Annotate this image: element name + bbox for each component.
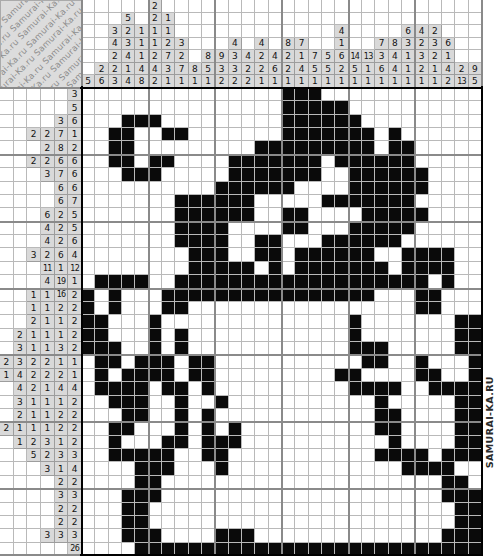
- grid-cell-filled[interactable]: [255, 168, 268, 181]
- grid-cell-empty[interactable]: [282, 315, 295, 328]
- grid-cell-filled[interactable]: [442, 476, 455, 489]
- grid-cell-empty[interactable]: [215, 422, 228, 435]
- grid-cell-empty[interactable]: [322, 315, 335, 328]
- grid-cell-filled[interactable]: [469, 529, 482, 542]
- grid-cell-filled[interactable]: [442, 382, 455, 395]
- grid-cell-filled[interactable]: [135, 382, 148, 395]
- grid-cell-filled[interactable]: [149, 369, 162, 382]
- grid-cell-empty[interactable]: [402, 489, 415, 502]
- grid-cell-filled[interactable]: [335, 262, 348, 275]
- grid-cell-filled[interactable]: [282, 88, 295, 101]
- grid-cell-empty[interactable]: [122, 355, 135, 368]
- grid-cell-empty[interactable]: [442, 436, 455, 449]
- grid-cell-filled[interactable]: [95, 342, 108, 355]
- grid-cell-empty[interactable]: [375, 289, 388, 302]
- grid-cell-filled[interactable]: [202, 195, 215, 208]
- grid-cell-filled[interactable]: [295, 262, 308, 275]
- grid-cell-filled[interactable]: [375, 422, 388, 435]
- grid-cell-filled[interactable]: [189, 208, 202, 221]
- grid-cell-empty[interactable]: [122, 289, 135, 302]
- grid-cell-empty[interactable]: [175, 449, 188, 462]
- grid-cell-empty[interactable]: [455, 195, 468, 208]
- grid-cell-filled[interactable]: [202, 369, 215, 382]
- grid-cell-empty[interactable]: [295, 342, 308, 355]
- grid-cell-empty[interactable]: [202, 302, 215, 315]
- grid-cell-empty[interactable]: [162, 101, 175, 114]
- grid-cell-empty[interactable]: [389, 355, 402, 368]
- grid-cell-empty[interactable]: [429, 155, 442, 168]
- grid-cell-empty[interactable]: [469, 222, 482, 235]
- grid-cell-empty[interactable]: [429, 208, 442, 221]
- grid-cell-empty[interactable]: [202, 128, 215, 141]
- grid-cell-filled[interactable]: [362, 128, 375, 141]
- grid-cell-filled[interactable]: [215, 436, 228, 449]
- grid-cell-empty[interactable]: [429, 396, 442, 409]
- grid-cell-empty[interactable]: [375, 101, 388, 114]
- grid-cell-filled[interactable]: [402, 155, 415, 168]
- grid-cell-empty[interactable]: [95, 182, 108, 195]
- grid-cell-empty[interactable]: [295, 436, 308, 449]
- grid-cell-empty[interactable]: [442, 396, 455, 409]
- grid-cell-empty[interactable]: [349, 503, 362, 516]
- grid-cell-empty[interactable]: [322, 516, 335, 529]
- grid-cell-empty[interactable]: [295, 396, 308, 409]
- grid-cell-filled[interactable]: [215, 208, 228, 221]
- grid-cell-empty[interactable]: [429, 275, 442, 288]
- grid-cell-filled[interactable]: [322, 275, 335, 288]
- grid-cell-filled[interactable]: [402, 248, 415, 261]
- grid-cell-empty[interactable]: [402, 476, 415, 489]
- grid-cell-empty[interactable]: [335, 529, 348, 542]
- grid-cell-empty[interactable]: [242, 382, 255, 395]
- grid-cell-empty[interactable]: [162, 141, 175, 154]
- grid-cell-filled[interactable]: [455, 529, 468, 542]
- grid-cell-filled[interactable]: [109, 422, 122, 435]
- grid-cell-filled[interactable]: [455, 476, 468, 489]
- grid-cell-empty[interactable]: [415, 382, 428, 395]
- grid-cell-empty[interactable]: [162, 476, 175, 489]
- grid-cell-empty[interactable]: [229, 396, 242, 409]
- grid-cell-empty[interactable]: [82, 503, 95, 516]
- grid-cell-filled[interactable]: [122, 275, 135, 288]
- grid-cell-empty[interactable]: [202, 182, 215, 195]
- grid-cell-empty[interactable]: [282, 529, 295, 542]
- grid-cell-empty[interactable]: [255, 382, 268, 395]
- grid-cell-empty[interactable]: [82, 409, 95, 422]
- grid-cell-empty[interactable]: [429, 329, 442, 342]
- grid-cell-empty[interactable]: [269, 315, 282, 328]
- grid-cell-empty[interactable]: [322, 489, 335, 502]
- grid-cell-empty[interactable]: [162, 208, 175, 221]
- grid-cell-empty[interactable]: [442, 315, 455, 328]
- grid-cell-empty[interactable]: [375, 529, 388, 542]
- grid-cell-empty[interactable]: [282, 462, 295, 475]
- grid-cell-empty[interactable]: [389, 342, 402, 355]
- grid-cell-empty[interactable]: [442, 128, 455, 141]
- grid-cell-empty[interactable]: [429, 489, 442, 502]
- grid-cell-filled[interactable]: [469, 449, 482, 462]
- grid-cell-empty[interactable]: [429, 436, 442, 449]
- grid-cell-empty[interactable]: [202, 315, 215, 328]
- grid-cell-empty[interactable]: [242, 235, 255, 248]
- grid-cell-filled[interactable]: [362, 262, 375, 275]
- grid-cell-empty[interactable]: [135, 235, 148, 248]
- grid-cell-empty[interactable]: [242, 409, 255, 422]
- grid-cell-empty[interactable]: [95, 88, 108, 101]
- grid-cell-filled[interactable]: [375, 396, 388, 409]
- grid-cell-empty[interactable]: [429, 422, 442, 435]
- grid-cell-filled[interactable]: [295, 222, 308, 235]
- grid-cell-empty[interactable]: [335, 489, 348, 502]
- grid-cell-filled[interactable]: [469, 342, 482, 355]
- grid-cell-empty[interactable]: [229, 462, 242, 475]
- grid-cell-empty[interactable]: [309, 409, 322, 422]
- grid-cell-empty[interactable]: [322, 222, 335, 235]
- grid-cell-empty[interactable]: [269, 369, 282, 382]
- grid-cell-filled[interactable]: [349, 222, 362, 235]
- grid-cell-filled[interactable]: [362, 289, 375, 302]
- grid-cell-filled[interactable]: [349, 262, 362, 275]
- grid-cell-filled[interactable]: [189, 355, 202, 368]
- grid-cell-empty[interactable]: [162, 489, 175, 502]
- grid-cell-filled[interactable]: [469, 369, 482, 382]
- grid-cell-filled[interactable]: [215, 262, 228, 275]
- grid-cell-filled[interactable]: [175, 275, 188, 288]
- grid-cell-empty[interactable]: [175, 489, 188, 502]
- grid-cell-empty[interactable]: [455, 182, 468, 195]
- grid-cell-empty[interactable]: [135, 128, 148, 141]
- grid-cell-empty[interactable]: [242, 422, 255, 435]
- grid-cell-filled[interactable]: [149, 355, 162, 368]
- grid-cell-empty[interactable]: [175, 503, 188, 516]
- grid-cell-empty[interactable]: [322, 462, 335, 475]
- grid-cell-empty[interactable]: [322, 422, 335, 435]
- grid-cell-filled[interactable]: [335, 275, 348, 288]
- grid-cell-empty[interactable]: [122, 195, 135, 208]
- grid-cell-empty[interactable]: [362, 462, 375, 475]
- grid-cell-empty[interactable]: [149, 436, 162, 449]
- grid-cell-empty[interactable]: [149, 422, 162, 435]
- grid-cell-empty[interactable]: [175, 315, 188, 328]
- grid-cell-empty[interactable]: [349, 436, 362, 449]
- grid-cell-empty[interactable]: [215, 516, 228, 529]
- grid-cell-empty[interactable]: [135, 88, 148, 101]
- grid-cell-filled[interactable]: [402, 462, 415, 475]
- grid-cell-empty[interactable]: [229, 302, 242, 315]
- grid-cell-filled[interactable]: [375, 342, 388, 355]
- grid-cell-empty[interactable]: [455, 222, 468, 235]
- grid-cell-filled[interactable]: [349, 369, 362, 382]
- grid-cell-empty[interactable]: [442, 115, 455, 128]
- grid-cell-filled[interactable]: [402, 208, 415, 221]
- grid-cell-empty[interactable]: [109, 462, 122, 475]
- grid-cell-empty[interactable]: [309, 489, 322, 502]
- grid-cell-empty[interactable]: [362, 503, 375, 516]
- grid-cell-filled[interactable]: [229, 529, 242, 542]
- grid-cell-filled[interactable]: [349, 168, 362, 181]
- grid-cell-empty[interactable]: [402, 516, 415, 529]
- grid-cell-empty[interactable]: [202, 476, 215, 489]
- grid-cell-empty[interactable]: [415, 315, 428, 328]
- grid-cell-empty[interactable]: [95, 516, 108, 529]
- grid-cell-filled[interactable]: [202, 222, 215, 235]
- grid-cell-filled[interactable]: [322, 262, 335, 275]
- grid-cell-empty[interactable]: [282, 248, 295, 261]
- grid-cell-empty[interactable]: [442, 369, 455, 382]
- grid-cell-filled[interactable]: [362, 195, 375, 208]
- grid-cell-filled[interactable]: [309, 101, 322, 114]
- grid-cell-empty[interactable]: [95, 302, 108, 315]
- grid-cell-filled[interactable]: [322, 235, 335, 248]
- grid-cell-filled[interactable]: [389, 235, 402, 248]
- grid-cell-filled[interactable]: [229, 422, 242, 435]
- grid-cell-filled[interactable]: [122, 115, 135, 128]
- grid-cell-empty[interactable]: [349, 409, 362, 422]
- grid-cell-empty[interactable]: [282, 262, 295, 275]
- grid-cell-empty[interactable]: [202, 88, 215, 101]
- grid-cell-empty[interactable]: [255, 529, 268, 542]
- grid-cell-filled[interactable]: [375, 355, 388, 368]
- grid-cell-filled[interactable]: [242, 262, 255, 275]
- grid-cell-filled[interactable]: [362, 155, 375, 168]
- grid-cell-empty[interactable]: [149, 503, 162, 516]
- grid-cell-filled[interactable]: [162, 462, 175, 475]
- grid-cell-empty[interactable]: [149, 128, 162, 141]
- grid-cell-empty[interactable]: [295, 489, 308, 502]
- grid-cell-empty[interactable]: [402, 88, 415, 101]
- grid-cell-empty[interactable]: [255, 409, 268, 422]
- grid-cell-empty[interactable]: [215, 168, 228, 181]
- grid-cell-empty[interactable]: [229, 382, 242, 395]
- grid-cell-empty[interactable]: [349, 476, 362, 489]
- grid-cell-filled[interactable]: [109, 302, 122, 315]
- grid-cell-filled[interactable]: [135, 275, 148, 288]
- grid-cell-filled[interactable]: [309, 141, 322, 154]
- grid-cell-empty[interactable]: [95, 128, 108, 141]
- grid-cell-filled[interactable]: [349, 382, 362, 395]
- grid-cell-empty[interactable]: [269, 342, 282, 355]
- grid-cell-filled[interactable]: [95, 329, 108, 342]
- grid-cell-filled[interactable]: [429, 462, 442, 475]
- grid-cell-empty[interactable]: [402, 503, 415, 516]
- grid-cell-filled[interactable]: [415, 208, 428, 221]
- grid-cell-filled[interactable]: [322, 195, 335, 208]
- grid-cell-filled[interactable]: [149, 315, 162, 328]
- grid-cell-empty[interactable]: [109, 516, 122, 529]
- grid-cell-empty[interactable]: [415, 436, 428, 449]
- grid-cell-empty[interactable]: [282, 476, 295, 489]
- grid-cell-empty[interactable]: [349, 422, 362, 435]
- grid-cell-empty[interactable]: [362, 476, 375, 489]
- grid-cell-empty[interactable]: [82, 208, 95, 221]
- grid-cell-empty[interactable]: [349, 449, 362, 462]
- grid-cell-empty[interactable]: [122, 329, 135, 342]
- grid-cell-filled[interactable]: [442, 449, 455, 462]
- grid-cell-empty[interactable]: [375, 462, 388, 475]
- grid-cell-empty[interactable]: [135, 248, 148, 261]
- grid-cell-empty[interactable]: [135, 182, 148, 195]
- grid-cell-empty[interactable]: [309, 476, 322, 489]
- grid-cell-empty[interactable]: [469, 208, 482, 221]
- grid-cell-filled[interactable]: [202, 409, 215, 422]
- grid-cell-empty[interactable]: [109, 182, 122, 195]
- grid-cell-empty[interactable]: [295, 409, 308, 422]
- grid-cell-empty[interactable]: [122, 101, 135, 114]
- grid-cell-filled[interactable]: [109, 155, 122, 168]
- grid-cell-empty[interactable]: [282, 396, 295, 409]
- grid-cell-empty[interactable]: [135, 222, 148, 235]
- grid-cell-empty[interactable]: [149, 195, 162, 208]
- grid-cell-filled[interactable]: [309, 88, 322, 101]
- grid-cell-empty[interactable]: [429, 235, 442, 248]
- grid-cell-filled[interactable]: [415, 302, 428, 315]
- grid-cell-empty[interactable]: [202, 329, 215, 342]
- grid-cell-empty[interactable]: [269, 422, 282, 435]
- grid-cell-empty[interactable]: [82, 462, 95, 475]
- grid-cell-filled[interactable]: [202, 382, 215, 395]
- grid-cell-empty[interactable]: [149, 396, 162, 409]
- grid-cell-filled[interactable]: [362, 355, 375, 368]
- grid-cell-filled[interactable]: [122, 409, 135, 422]
- grid-cell-empty[interactable]: [469, 462, 482, 475]
- grid-cell-empty[interactable]: [149, 382, 162, 395]
- grid-cell-filled[interactable]: [429, 262, 442, 275]
- grid-cell-empty[interactable]: [82, 355, 95, 368]
- grid-cell-empty[interactable]: [95, 422, 108, 435]
- grid-cell-empty[interactable]: [389, 489, 402, 502]
- grid-cell-empty[interactable]: [242, 128, 255, 141]
- grid-cell-filled[interactable]: [349, 141, 362, 154]
- grid-cell-empty[interactable]: [402, 101, 415, 114]
- grid-cell-empty[interactable]: [335, 329, 348, 342]
- grid-cell-empty[interactable]: [322, 396, 335, 409]
- grid-cell-empty[interactable]: [309, 208, 322, 221]
- grid-cell-filled[interactable]: [162, 128, 175, 141]
- grid-cell-empty[interactable]: [442, 302, 455, 315]
- grid-cell-empty[interactable]: [82, 168, 95, 181]
- grid-cell-empty[interactable]: [215, 128, 228, 141]
- grid-cell-empty[interactable]: [455, 262, 468, 275]
- grid-cell-filled[interactable]: [389, 182, 402, 195]
- grid-cell-empty[interactable]: [122, 235, 135, 248]
- grid-cell-empty[interactable]: [389, 503, 402, 516]
- grid-cell-empty[interactable]: [442, 516, 455, 529]
- grid-cell-filled[interactable]: [109, 382, 122, 395]
- grid-cell-empty[interactable]: [389, 302, 402, 315]
- grid-cell-empty[interactable]: [189, 476, 202, 489]
- grid-cell-filled[interactable]: [122, 529, 135, 542]
- grid-cell-filled[interactable]: [202, 235, 215, 248]
- grid-cell-empty[interactable]: [149, 182, 162, 195]
- grid-cell-empty[interactable]: [215, 155, 228, 168]
- grid-cell-empty[interactable]: [149, 101, 162, 114]
- grid-cell-filled[interactable]: [469, 436, 482, 449]
- grid-cell-empty[interactable]: [189, 315, 202, 328]
- grid-cell-empty[interactable]: [295, 329, 308, 342]
- grid-cell-filled[interactable]: [175, 422, 188, 435]
- grid-cell-filled[interactable]: [189, 195, 202, 208]
- grid-cell-empty[interactable]: [255, 396, 268, 409]
- grid-cell-empty[interactable]: [375, 329, 388, 342]
- grid-cell-empty[interactable]: [269, 195, 282, 208]
- grid-cell-empty[interactable]: [189, 128, 202, 141]
- grid-cell-filled[interactable]: [389, 449, 402, 462]
- grid-cell-empty[interactable]: [295, 449, 308, 462]
- grid-cell-empty[interactable]: [375, 369, 388, 382]
- grid-cell-filled[interactable]: [429, 289, 442, 302]
- grid-cell-empty[interactable]: [135, 101, 148, 114]
- grid-cell-filled[interactable]: [469, 489, 482, 502]
- grid-cell-filled[interactable]: [455, 396, 468, 409]
- grid-cell-filled[interactable]: [175, 128, 188, 141]
- grid-cell-filled[interactable]: [362, 182, 375, 195]
- grid-cell-empty[interactable]: [255, 88, 268, 101]
- grid-cell-empty[interactable]: [255, 208, 268, 221]
- grid-cell-empty[interactable]: [162, 529, 175, 542]
- grid-cell-empty[interactable]: [202, 489, 215, 502]
- grid-cell-empty[interactable]: [429, 195, 442, 208]
- grid-cell-empty[interactable]: [429, 355, 442, 368]
- grid-cell-empty[interactable]: [82, 128, 95, 141]
- grid-cell-filled[interactable]: [349, 115, 362, 128]
- grid-cell-empty[interactable]: [149, 208, 162, 221]
- grid-cell-filled[interactable]: [122, 155, 135, 168]
- grid-cell-empty[interactable]: [295, 422, 308, 435]
- grid-cell-filled[interactable]: [135, 409, 148, 422]
- grid-cell-filled[interactable]: [362, 275, 375, 288]
- grid-cell-filled[interactable]: [215, 275, 228, 288]
- grid-cell-filled[interactable]: [135, 476, 148, 489]
- grid-cell-filled[interactable]: [109, 128, 122, 141]
- grid-cell-empty[interactable]: [82, 182, 95, 195]
- grid-cell-empty[interactable]: [389, 529, 402, 542]
- grid-cell-filled[interactable]: [442, 489, 455, 502]
- grid-cell-empty[interactable]: [375, 141, 388, 154]
- grid-cell-empty[interactable]: [375, 503, 388, 516]
- grid-cell-filled[interactable]: [95, 369, 108, 382]
- grid-cell-filled[interactable]: [269, 275, 282, 288]
- grid-cell-filled[interactable]: [469, 315, 482, 328]
- grid-cell-empty[interactable]: [335, 462, 348, 475]
- grid-cell-empty[interactable]: [309, 182, 322, 195]
- grid-cell-filled[interactable]: [149, 155, 162, 168]
- grid-cell-filled[interactable]: [282, 275, 295, 288]
- grid-cell-empty[interactable]: [309, 369, 322, 382]
- grid-cell-empty[interactable]: [269, 529, 282, 542]
- grid-cell-empty[interactable]: [375, 115, 388, 128]
- grid-cell-empty[interactable]: [255, 222, 268, 235]
- grid-cell-filled[interactable]: [362, 248, 375, 261]
- grid-cell-filled[interactable]: [429, 382, 442, 395]
- grid-cell-empty[interactable]: [389, 369, 402, 382]
- grid-cell-empty[interactable]: [282, 409, 295, 422]
- grid-cell-empty[interactable]: [122, 302, 135, 315]
- grid-cell-filled[interactable]: [455, 503, 468, 516]
- grid-cell-empty[interactable]: [335, 476, 348, 489]
- grid-cell-empty[interactable]: [295, 182, 308, 195]
- grid-cell-empty[interactable]: [455, 462, 468, 475]
- grid-cell-filled[interactable]: [335, 128, 348, 141]
- grid-cell-empty[interactable]: [269, 382, 282, 395]
- grid-cell-empty[interactable]: [242, 436, 255, 449]
- grid-cell-empty[interactable]: [215, 88, 228, 101]
- grid-cell-filled[interactable]: [442, 248, 455, 261]
- grid-cell-empty[interactable]: [282, 516, 295, 529]
- grid-cell-empty[interactable]: [175, 248, 188, 261]
- grid-cell-filled[interactable]: [149, 342, 162, 355]
- grid-cell-empty[interactable]: [429, 101, 442, 114]
- grid-cell-filled[interactable]: [389, 436, 402, 449]
